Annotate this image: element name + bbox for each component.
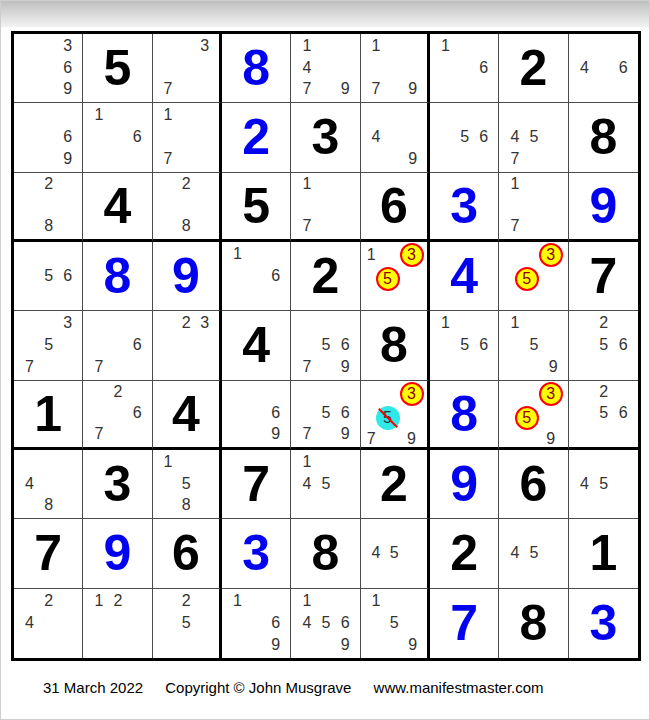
solved-digit: 9 xyxy=(172,251,200,301)
cell-r2c5[interactable]: 3 xyxy=(291,103,360,172)
candidate-digit: 4 xyxy=(302,614,311,632)
circled-candidate: 3 xyxy=(539,243,563,267)
cell-r1c2[interactable]: 5 xyxy=(83,34,152,103)
candidate-digit: 1 xyxy=(510,314,519,332)
candidate-grid: 179 xyxy=(361,34,427,102)
candidate-digit: 8 xyxy=(182,217,191,235)
cell-r4c5[interactable]: 2 xyxy=(291,242,360,311)
cell-r7c7[interactable]: 9 xyxy=(430,450,499,519)
candidate-grid: 16 xyxy=(222,242,290,310)
candidate-digit: 5 xyxy=(599,475,608,493)
candidate-grid: 25 xyxy=(153,589,219,658)
candidate-digit: 8 xyxy=(182,496,191,514)
solved-digit: 9 xyxy=(589,181,617,231)
solved-digit: 9 xyxy=(104,528,132,578)
candidate-digit: 5 xyxy=(460,128,469,146)
cell-r2c6[interactable]: 49 xyxy=(361,103,430,172)
cell-r4c6[interactable]: 135 xyxy=(361,242,430,311)
cell-r9c3[interactable]: 25 xyxy=(153,589,222,658)
candidate-digit: 7 xyxy=(163,150,172,168)
candidate-digit: 6 xyxy=(133,404,142,422)
given-digit: 2 xyxy=(520,43,548,93)
candidate-digit: 5 xyxy=(182,475,191,493)
cell-r1c3[interactable]: 37 xyxy=(153,34,222,103)
cell-r2c8[interactable]: 457 xyxy=(499,103,568,172)
candidate-digit: 7 xyxy=(302,80,311,98)
candidate-grid: 457 xyxy=(499,103,567,171)
given-digit: 6 xyxy=(380,181,408,231)
cell-r5c4[interactable]: 4 xyxy=(222,311,291,380)
candidate-digit: 6 xyxy=(271,404,280,422)
cell-r9c5[interactable]: 14569 xyxy=(291,589,360,658)
candidate-grid: 49 xyxy=(361,103,427,171)
cell-r3c2[interactable]: 4 xyxy=(83,173,152,242)
candidate-digit: 5 xyxy=(44,336,53,354)
cell-r7c5[interactable]: 145 xyxy=(291,450,360,519)
candidate-digit: 5 xyxy=(599,404,608,422)
cell-r9c4[interactable]: 169 xyxy=(222,589,291,658)
candidate-digit: 9 xyxy=(408,80,417,98)
candidate-digit: 9 xyxy=(271,425,280,443)
cell-r5c3[interactable]: 23 xyxy=(153,311,222,380)
cell-r2c9[interactable]: 8 xyxy=(569,103,638,172)
candidate-digit: 1 xyxy=(510,175,519,193)
candidate-digit: 7 xyxy=(302,217,311,235)
candidate-digit: 4 xyxy=(25,614,34,632)
candidate-digit: 6 xyxy=(63,267,72,285)
candidate-digit: 7 xyxy=(302,358,311,376)
cell-r3c9[interactable]: 9 xyxy=(569,173,638,242)
given-digit: 4 xyxy=(172,389,200,439)
solved-digit: 3 xyxy=(242,528,270,578)
candidate-digit: 5 xyxy=(322,336,331,354)
candidate-digit: 9 xyxy=(549,358,558,376)
candidate-digit: 9 xyxy=(271,636,280,654)
cell-r5c6[interactable]: 8 xyxy=(361,311,430,380)
candidate-grid: 16 xyxy=(430,34,498,102)
candidate-digit: 4 xyxy=(25,475,34,493)
candidate-digit: 5 xyxy=(322,475,331,493)
cell-r7c9[interactable]: 45 xyxy=(569,450,638,519)
candidate-digit: 6 xyxy=(271,614,280,632)
candidate-digit: 9 xyxy=(341,636,350,654)
candidate-grid: 14569 xyxy=(291,589,359,658)
candidate-digit: 6 xyxy=(133,128,142,146)
cell-r2c1[interactable]: 69 xyxy=(14,103,83,172)
given-digit: 8 xyxy=(589,112,617,162)
candidate-digit: 7 xyxy=(25,358,34,376)
cell-r1c9[interactable]: 46 xyxy=(569,34,638,103)
candidate-grid: 159 xyxy=(361,589,427,658)
cell-r6c9[interactable]: 256 xyxy=(569,381,638,450)
candidate-grid: 359 xyxy=(499,381,567,447)
given-digit: 3 xyxy=(312,112,340,162)
cell-r8c6[interactable]: 45 xyxy=(361,519,430,588)
eliminated-candidate: 5 xyxy=(376,406,400,430)
cell-r6c7[interactable]: 8 xyxy=(430,381,499,450)
cell-r8c2[interactable]: 9 xyxy=(83,519,152,588)
solved-digit: 8 xyxy=(104,251,132,301)
candidate-digit: 7 xyxy=(94,358,103,376)
given-digit: 8 xyxy=(520,598,548,648)
cell-r8c3[interactable]: 6 xyxy=(153,519,222,588)
candidate-grid: 1479 xyxy=(291,34,359,102)
given-digit: 2 xyxy=(312,251,340,301)
cell-r4c1[interactable]: 56 xyxy=(14,242,83,311)
given-digit: 7 xyxy=(242,459,270,509)
candidate-digit: 8 xyxy=(44,496,53,514)
cell-r8c4[interactable]: 3 xyxy=(222,519,291,588)
solved-digit: 3 xyxy=(450,181,478,231)
cell-r2c4[interactable]: 2 xyxy=(222,103,291,172)
candidate-grid: 135 xyxy=(361,242,427,310)
cell-r8c7[interactable]: 2 xyxy=(430,519,499,588)
cell-r9c7[interactable]: 7 xyxy=(430,589,499,658)
page: 3695378147917916246691617234956457828428… xyxy=(0,0,650,720)
cell-r8c5[interactable]: 8 xyxy=(291,519,360,588)
candidate-digit: 7 xyxy=(94,425,103,443)
candidate-digit: 9 xyxy=(63,150,72,168)
candidate-digit: 3 xyxy=(63,37,72,55)
candidate-digit: 6 xyxy=(619,59,628,77)
cell-r6c4[interactable]: 69 xyxy=(222,381,291,450)
cell-r6c3[interactable]: 4 xyxy=(153,381,222,450)
candidate-grid: 357 xyxy=(14,311,82,379)
cell-r4c4[interactable]: 16 xyxy=(222,242,291,311)
candidate-digit: 1 xyxy=(302,453,311,471)
cell-r5c7[interactable]: 156 xyxy=(430,311,499,380)
cell-r9c1[interactable]: 24 xyxy=(14,589,83,658)
solved-digit: 8 xyxy=(242,43,270,93)
candidate-grid: 16 xyxy=(83,103,151,171)
footer-copyright: Copyright © John Musgrave xyxy=(165,679,351,696)
given-digit: 2 xyxy=(380,459,408,509)
given-digit: 6 xyxy=(172,528,200,578)
cell-r3c5[interactable]: 17 xyxy=(291,173,360,242)
candidate-digit: 4 xyxy=(302,475,311,493)
candidate-digit: 3 xyxy=(200,314,209,332)
candidate-grid: 256 xyxy=(569,381,638,447)
candidate-digit: 6 xyxy=(133,336,142,354)
candidate-digit: 6 xyxy=(479,59,488,77)
circled-candidate: 3 xyxy=(539,382,563,406)
candidate-grid: 35 xyxy=(499,242,567,310)
circled-candidate: 5 xyxy=(515,406,539,430)
candidate-grid: 369 xyxy=(14,34,82,102)
cell-r1c8[interactable]: 2 xyxy=(499,34,568,103)
candidate-digit: 9 xyxy=(341,80,350,98)
candidate-digit: 5 xyxy=(182,614,191,632)
cell-r5c2[interactable]: 67 xyxy=(83,311,152,380)
candidate-digit: 9 xyxy=(63,80,72,98)
cell-r5c9[interactable]: 256 xyxy=(569,311,638,380)
given-digit: 8 xyxy=(312,528,340,578)
candidate-grid: 46 xyxy=(569,34,638,102)
candidate-digit: 6 xyxy=(271,267,280,285)
cell-r1c1[interactable]: 369 xyxy=(14,34,83,103)
candidate-grid: 45 xyxy=(499,519,567,587)
footer-date: 31 March 2022 xyxy=(43,679,143,696)
cell-r9c9[interactable]: 3 xyxy=(569,589,638,658)
candidate-grid: 17 xyxy=(499,173,567,239)
candidate-digit: 9 xyxy=(546,430,555,448)
candidate-digit: 7 xyxy=(302,425,311,443)
cell-r3c8[interactable]: 17 xyxy=(499,173,568,242)
candidate-digit: 6 xyxy=(479,128,488,146)
cell-r8c9[interactable]: 1 xyxy=(569,519,638,588)
candidate-digit: 9 xyxy=(408,636,417,654)
candidate-digit: 1 xyxy=(233,245,242,263)
given-digit: 7 xyxy=(34,528,62,578)
candidate-grid: 12 xyxy=(83,589,151,658)
candidate-grid: 169 xyxy=(222,589,290,658)
cell-r4c9[interactable]: 7 xyxy=(569,242,638,311)
solved-digit: 3 xyxy=(589,598,617,648)
candidate-digit: 6 xyxy=(63,59,72,77)
cell-r6c8[interactable]: 359 xyxy=(499,381,568,450)
candidate-grid: 28 xyxy=(14,173,82,239)
candidate-digit: 7 xyxy=(510,150,519,168)
candidate-digit: 4 xyxy=(302,59,311,77)
solved-digit: 9 xyxy=(450,459,478,509)
cell-r4c7[interactable]: 4 xyxy=(430,242,499,311)
given-digit: 1 xyxy=(34,389,62,439)
cell-r6c1[interactable]: 1 xyxy=(14,381,83,450)
candidate-digit: 1 xyxy=(441,37,450,55)
cell-r1c6[interactable]: 179 xyxy=(361,34,430,103)
cell-r5c8[interactable]: 159 xyxy=(499,311,568,380)
candidate-digit: 7 xyxy=(371,80,380,98)
candidate-digit: 5 xyxy=(530,128,539,146)
candidate-digit: 1 xyxy=(441,314,450,332)
solved-digit: 4 xyxy=(450,251,478,301)
cell-r2c3[interactable]: 17 xyxy=(153,103,222,172)
sudoku-board: 3695378147917916246691617234956457828428… xyxy=(11,31,641,661)
cell-r7c4[interactable]: 7 xyxy=(222,450,291,519)
candidate-digit: 1 xyxy=(302,175,311,193)
cell-r7c2[interactable]: 3 xyxy=(83,450,152,519)
cell-r4c2[interactable]: 8 xyxy=(83,242,152,311)
candidate-digit: 5 xyxy=(322,404,331,422)
candidate-digit: 8 xyxy=(44,217,53,235)
candidate-grid: 23 xyxy=(153,311,219,379)
given-digit: 7 xyxy=(589,251,617,301)
cell-r1c5[interactable]: 1479 xyxy=(291,34,360,103)
candidate-digit: 2 xyxy=(599,383,608,401)
circled-candidate: 3 xyxy=(400,243,424,267)
cell-r1c4[interactable]: 8 xyxy=(222,34,291,103)
candidate-digit: 4 xyxy=(371,128,380,146)
candidate-digit: 4 xyxy=(580,59,589,77)
candidate-digit: 9 xyxy=(341,425,350,443)
candidate-digit: 1 xyxy=(302,37,311,55)
candidate-digit: 4 xyxy=(371,544,380,562)
solved-digit: 2 xyxy=(242,112,270,162)
given-digit: 5 xyxy=(104,43,132,93)
candidate-digit: 3 xyxy=(200,37,209,55)
cell-r5c5[interactable]: 5679 xyxy=(291,311,360,380)
candidate-digit: 5 xyxy=(390,614,399,632)
candidate-grid: 45 xyxy=(569,450,638,518)
cell-r5c1[interactable]: 357 xyxy=(14,311,83,380)
candidate-grid: 145 xyxy=(291,450,359,518)
cell-r2c2[interactable]: 16 xyxy=(83,103,152,172)
candidate-digit: 2 xyxy=(44,592,53,610)
candidate-digit: 7 xyxy=(367,430,376,448)
candidate-digit: 2 xyxy=(182,314,191,332)
candidate-digit: 5 xyxy=(460,336,469,354)
candidate-digit: 1 xyxy=(94,592,103,610)
candidate-digit: 7 xyxy=(510,217,519,235)
candidate-digit: 9 xyxy=(407,430,416,448)
candidate-grid: 5679 xyxy=(291,311,359,379)
candidate-digit: 1 xyxy=(233,592,242,610)
candidate-digit: 4 xyxy=(510,128,519,146)
cell-r3c3[interactable]: 28 xyxy=(153,173,222,242)
given-digit: 5 xyxy=(242,181,270,231)
candidate-digit: 1 xyxy=(371,37,380,55)
cell-r2c7[interactable]: 56 xyxy=(430,103,499,172)
candidate-grid: 56 xyxy=(430,103,498,171)
candidate-grid: 45 xyxy=(361,519,427,587)
given-digit: 3 xyxy=(104,459,132,509)
cell-r9c8[interactable]: 8 xyxy=(499,589,568,658)
cell-r9c6[interactable]: 159 xyxy=(361,589,430,658)
candidate-grid: 156 xyxy=(430,311,498,379)
candidate-grid: 67 xyxy=(83,311,151,379)
window-top-band xyxy=(1,1,649,28)
given-digit: 4 xyxy=(242,320,270,370)
candidate-digit: 5 xyxy=(530,544,539,562)
candidate-grid: 28 xyxy=(153,173,219,239)
cell-r8c1[interactable]: 7 xyxy=(14,519,83,588)
candidate-grid: 267 xyxy=(83,381,151,447)
candidate-digit: 6 xyxy=(341,614,350,632)
given-digit: 1 xyxy=(589,528,617,578)
candidate-digit: 1 xyxy=(94,106,103,124)
candidate-digit: 6 xyxy=(479,336,488,354)
candidate-grid: 17 xyxy=(291,173,359,239)
candidate-digit: 9 xyxy=(408,150,417,168)
footer: 31 March 2022 Copyright © John Musgrave … xyxy=(43,679,544,696)
candidate-digit: 3 xyxy=(63,314,72,332)
given-digit: 2 xyxy=(450,528,478,578)
candidate-digit: 6 xyxy=(619,404,628,422)
candidate-digit: 1 xyxy=(367,246,376,264)
candidate-digit: 5 xyxy=(322,614,331,632)
candidate-grid: 3579 xyxy=(361,381,427,447)
cell-r3c7[interactable]: 3 xyxy=(430,173,499,242)
candidate-digit: 2 xyxy=(114,592,123,610)
candidate-digit: 9 xyxy=(341,358,350,376)
cell-r6c6[interactable]: 3579 xyxy=(361,381,430,450)
candidate-grid: 158 xyxy=(153,450,219,518)
candidate-digit: 2 xyxy=(599,314,608,332)
circled-candidate: 5 xyxy=(376,267,400,291)
cell-r7c3[interactable]: 158 xyxy=(153,450,222,519)
candidate-grid: 24 xyxy=(14,589,82,658)
cell-r6c5[interactable]: 5679 xyxy=(291,381,360,450)
candidate-digit: 4 xyxy=(510,544,519,562)
cell-r4c3[interactable]: 9 xyxy=(153,242,222,311)
candidate-digit: 4 xyxy=(580,475,589,493)
cell-r7c6[interactable]: 2 xyxy=(361,450,430,519)
candidate-grid: 256 xyxy=(569,311,638,379)
solved-digit: 7 xyxy=(450,598,478,648)
candidate-digit: 6 xyxy=(619,336,628,354)
cell-r6c2[interactable]: 267 xyxy=(83,381,152,450)
candidate-digit: 6 xyxy=(63,128,72,146)
candidate-digit: 5 xyxy=(599,336,608,354)
candidate-grid: 69 xyxy=(222,381,290,447)
candidate-digit: 5 xyxy=(530,336,539,354)
candidate-grid: 159 xyxy=(499,311,567,379)
cell-r9c2[interactable]: 12 xyxy=(83,589,152,658)
cell-r4c8[interactable]: 35 xyxy=(499,242,568,311)
candidate-grid: 17 xyxy=(153,103,219,171)
candidate-grid: 48 xyxy=(14,450,82,518)
footer-website: www.manifestmaster.com xyxy=(374,679,544,696)
candidate-digit: 1 xyxy=(163,453,172,471)
cell-r7c8[interactable]: 6 xyxy=(499,450,568,519)
cell-r3c6[interactable]: 6 xyxy=(361,173,430,242)
candidate-digit: 1 xyxy=(163,106,172,124)
circled-candidate: 3 xyxy=(400,382,424,406)
candidate-grid: 37 xyxy=(153,34,219,102)
given-digit: 6 xyxy=(520,459,548,509)
cell-r8c8[interactable]: 45 xyxy=(499,519,568,588)
candidate-digit: 5 xyxy=(44,267,53,285)
solved-digit: 8 xyxy=(450,389,478,439)
candidate-digit: 7 xyxy=(163,80,172,98)
circled-candidate: 5 xyxy=(515,267,539,291)
candidate-grid: 69 xyxy=(14,103,82,171)
cell-r1c7[interactable]: 16 xyxy=(430,34,499,103)
given-digit: 8 xyxy=(380,320,408,370)
candidate-digit: 5 xyxy=(390,544,399,562)
candidate-grid: 56 xyxy=(14,242,82,310)
candidate-digit: 2 xyxy=(182,175,191,193)
cell-r3c4[interactable]: 5 xyxy=(222,173,291,242)
candidate-grid: 5679 xyxy=(291,381,359,447)
candidate-digit: 2 xyxy=(182,592,191,610)
candidate-digit: 2 xyxy=(44,175,53,193)
candidate-digit: 1 xyxy=(371,592,380,610)
candidate-digit: 2 xyxy=(114,383,123,401)
candidate-digit: 6 xyxy=(341,404,350,422)
given-digit: 4 xyxy=(104,181,132,231)
candidate-digit: 1 xyxy=(302,592,311,610)
cell-r3c1[interactable]: 28 xyxy=(14,173,83,242)
candidate-digit: 6 xyxy=(341,336,350,354)
cell-r7c1[interactable]: 48 xyxy=(14,450,83,519)
